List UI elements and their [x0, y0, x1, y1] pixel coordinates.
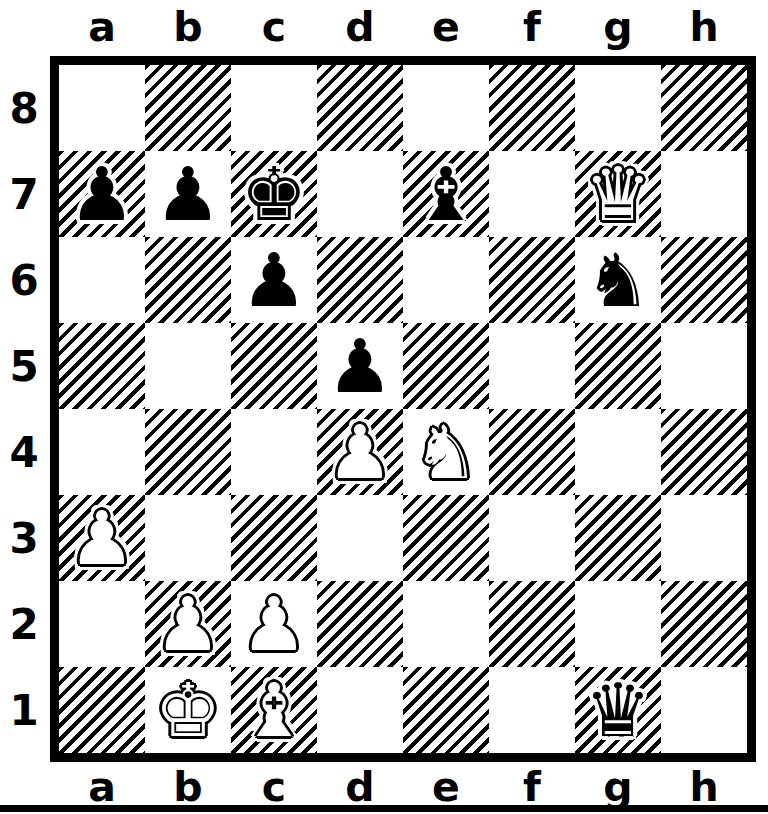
square-g7[interactable]: ♛ — [575, 151, 661, 237]
square-f5[interactable] — [489, 323, 575, 409]
rank-label-4: 4 — [2, 409, 46, 495]
square-h2[interactable] — [661, 581, 747, 667]
square-d6[interactable] — [317, 237, 403, 323]
square-c1[interactable]: ♝ — [231, 667, 317, 753]
piece-white-pawn-d4[interactable]: ♟ — [327, 415, 393, 489]
left-rank-labels: 87654321 — [2, 65, 46, 753]
square-d2[interactable] — [317, 581, 403, 667]
square-b3[interactable] — [145, 495, 231, 581]
square-c2[interactable]: ♟ — [231, 581, 317, 667]
piece-white-king-b1[interactable]: ♚ — [155, 673, 221, 747]
square-f7[interactable] — [489, 151, 575, 237]
file-label-d-top: d — [317, 2, 403, 52]
square-h3[interactable] — [661, 495, 747, 581]
piece-black-pawn-a7[interactable]: ♟ — [69, 157, 135, 231]
square-e2[interactable] — [403, 581, 489, 667]
file-label-b-top: b — [145, 2, 231, 52]
square-f4[interactable] — [489, 409, 575, 495]
piece-black-pawn-d5[interactable]: ♟ — [327, 329, 393, 403]
file-label-c-top: c — [231, 2, 317, 52]
square-h6[interactable] — [661, 237, 747, 323]
square-c6[interactable]: ♟ — [231, 237, 317, 323]
square-h8[interactable] — [661, 65, 747, 151]
square-a5[interactable] — [59, 323, 145, 409]
square-c3[interactable] — [231, 495, 317, 581]
square-b6[interactable] — [145, 237, 231, 323]
square-d7[interactable] — [317, 151, 403, 237]
square-e1[interactable] — [403, 667, 489, 753]
square-b4[interactable] — [145, 409, 231, 495]
square-e5[interactable] — [403, 323, 489, 409]
rank-label-3: 3 — [2, 495, 46, 581]
rank-label-2: 2 — [2, 581, 46, 667]
square-h7[interactable] — [661, 151, 747, 237]
square-g4[interactable] — [575, 409, 661, 495]
square-f6[interactable] — [489, 237, 575, 323]
chess-board: ♟♟♚♝♛♟♞♟♟♞♟♟♟♚♝♛ — [50, 56, 756, 762]
square-e4[interactable]: ♞ — [403, 409, 489, 495]
piece-black-queen-g1[interactable]: ♛ — [585, 673, 651, 747]
square-c7[interactable]: ♚ — [231, 151, 317, 237]
page-bottom-rule — [0, 805, 768, 812]
piece-black-knight-g6[interactable]: ♞ — [585, 243, 651, 317]
square-a1[interactable] — [59, 667, 145, 753]
square-d3[interactable] — [317, 495, 403, 581]
rank-label-1: 1 — [2, 667, 46, 753]
square-c5[interactable] — [231, 323, 317, 409]
square-h1[interactable] — [661, 667, 747, 753]
square-a2[interactable] — [59, 581, 145, 667]
square-e3[interactable] — [403, 495, 489, 581]
piece-black-pawn-c6[interactable]: ♟ — [241, 243, 307, 317]
square-c4[interactable] — [231, 409, 317, 495]
piece-black-king-c7[interactable]: ♚ — [241, 157, 307, 231]
square-g8[interactable] — [575, 65, 661, 151]
square-d1[interactable] — [317, 667, 403, 753]
square-g2[interactable] — [575, 581, 661, 667]
square-a8[interactable] — [59, 65, 145, 151]
file-label-g-top: g — [575, 2, 661, 52]
square-f8[interactable] — [489, 65, 575, 151]
rank-label-6: 6 — [2, 237, 46, 323]
piece-white-pawn-c2[interactable]: ♟ — [241, 587, 307, 661]
piece-white-knight-e4[interactable]: ♞ — [413, 415, 479, 489]
square-d8[interactable] — [317, 65, 403, 151]
square-g6[interactable]: ♞ — [575, 237, 661, 323]
square-a4[interactable] — [59, 409, 145, 495]
square-e6[interactable] — [403, 237, 489, 323]
rank-label-8: 8 — [2, 65, 46, 151]
square-f1[interactable] — [489, 667, 575, 753]
square-c8[interactable] — [231, 65, 317, 151]
rank-label-5: 5 — [2, 323, 46, 409]
square-b2[interactable]: ♟ — [145, 581, 231, 667]
square-h5[interactable] — [661, 323, 747, 409]
top-file-labels: abcdefgh — [59, 2, 747, 52]
piece-white-queen-g7[interactable]: ♛ — [585, 157, 651, 231]
square-e7[interactable]: ♝ — [403, 151, 489, 237]
piece-white-bishop-c1[interactable]: ♝ — [241, 673, 307, 747]
square-d4[interactable]: ♟ — [317, 409, 403, 495]
square-d5[interactable]: ♟ — [317, 323, 403, 409]
square-b7[interactable]: ♟ — [145, 151, 231, 237]
square-g5[interactable] — [575, 323, 661, 409]
square-e8[interactable] — [403, 65, 489, 151]
square-b5[interactable] — [145, 323, 231, 409]
square-a3[interactable]: ♟ — [59, 495, 145, 581]
file-label-e-top: e — [403, 2, 489, 52]
square-g3[interactable] — [575, 495, 661, 581]
square-a6[interactable] — [59, 237, 145, 323]
piece-white-pawn-a3[interactable]: ♟ — [69, 501, 135, 575]
piece-white-pawn-b2[interactable]: ♟ — [155, 587, 221, 661]
file-label-h-top: h — [661, 2, 747, 52]
square-f2[interactable] — [489, 581, 575, 667]
square-h4[interactable] — [661, 409, 747, 495]
piece-black-bishop-e7[interactable]: ♝ — [413, 157, 479, 231]
square-a7[interactable]: ♟ — [59, 151, 145, 237]
file-label-f-top: f — [489, 2, 575, 52]
rank-label-7: 7 — [2, 151, 46, 237]
square-b8[interactable] — [145, 65, 231, 151]
square-f3[interactable] — [489, 495, 575, 581]
piece-black-pawn-b7[interactable]: ♟ — [155, 157, 221, 231]
square-b1[interactable]: ♚ — [145, 667, 231, 753]
file-label-a-top: a — [59, 2, 145, 52]
square-g1[interactable]: ♛ — [575, 667, 661, 753]
